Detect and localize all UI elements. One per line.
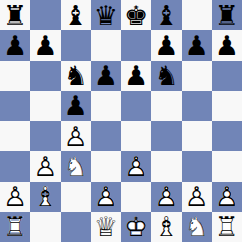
- square-b3[interactable]: ♟♙: [30, 151, 60, 181]
- square-g1[interactable]: ♞♘: [182, 212, 212, 242]
- piece-fill-glyph: ♞: [61, 61, 91, 91]
- square-e7[interactable]: [121, 30, 151, 60]
- square-b2[interactable]: ♝♗: [30, 182, 60, 212]
- square-d5[interactable]: [91, 91, 121, 121]
- piece-white-rook[interactable]: ♜♖: [212, 212, 242, 242]
- piece-black-pawn[interactable]: ♟: [0, 30, 30, 60]
- piece-black-queen[interactable]: ♛: [91, 0, 121, 30]
- piece-white-pawn[interactable]: ♟♙: [212, 182, 242, 212]
- chess-board: ♜♝♛♚♝♜♟♟♟♟♟♞♟♟♞♟♟♙♟♙♞♘♟♙♟♙♝♗♟♙♟♙♟♙♟♙♜♖♛♕…: [0, 0, 242, 242]
- piece-outline-glyph: ♙: [91, 182, 121, 212]
- square-f2[interactable]: ♟♙: [151, 182, 181, 212]
- piece-fill-glyph: ♛: [91, 0, 121, 30]
- square-h3[interactable]: [212, 151, 242, 181]
- piece-fill-glyph: ♟: [30, 30, 60, 60]
- square-a1[interactable]: ♜♖: [0, 212, 30, 242]
- square-a5[interactable]: [0, 91, 30, 121]
- square-h7[interactable]: ♟: [212, 30, 242, 60]
- square-h8[interactable]: ♜: [212, 0, 242, 30]
- square-b4[interactable]: [30, 121, 60, 151]
- square-f3[interactable]: [151, 151, 181, 181]
- square-b7[interactable]: ♟: [30, 30, 60, 60]
- piece-black-knight[interactable]: ♞: [61, 61, 91, 91]
- square-c6[interactable]: ♞: [61, 61, 91, 91]
- piece-outline-glyph: ♕: [91, 212, 121, 242]
- piece-outline-glyph: ♗: [151, 212, 181, 242]
- piece-fill-glyph: ♟: [0, 30, 30, 60]
- piece-fill-glyph: ♞: [151, 61, 181, 91]
- square-e5[interactable]: [121, 91, 151, 121]
- piece-black-knight[interactable]: ♞: [151, 61, 181, 91]
- piece-fill-glyph: ♝: [151, 0, 181, 30]
- piece-black-bishop[interactable]: ♝: [151, 0, 181, 30]
- piece-fill-glyph: ♜: [212, 0, 242, 30]
- piece-fill-glyph: ♟: [182, 30, 212, 60]
- piece-white-pawn[interactable]: ♟♙: [121, 151, 151, 181]
- square-d3[interactable]: [91, 151, 121, 181]
- square-a7[interactable]: ♟: [0, 30, 30, 60]
- square-c2[interactable]: [61, 182, 91, 212]
- piece-fill-glyph: ♜: [0, 0, 30, 30]
- square-g5[interactable]: [182, 91, 212, 121]
- piece-black-bishop[interactable]: ♝: [61, 0, 91, 30]
- square-a3[interactable]: [0, 151, 30, 181]
- piece-black-pawn[interactable]: ♟: [30, 30, 60, 60]
- square-e6[interactable]: ♟: [121, 61, 151, 91]
- piece-white-knight[interactable]: ♞♘: [61, 151, 91, 181]
- piece-white-pawn[interactable]: ♟♙: [151, 182, 181, 212]
- square-d1[interactable]: ♛♕: [91, 212, 121, 242]
- piece-outline-glyph: ♘: [61, 151, 91, 181]
- piece-white-pawn[interactable]: ♟♙: [0, 182, 30, 212]
- square-g2[interactable]: ♟♙: [182, 182, 212, 212]
- square-d7[interactable]: [91, 30, 121, 60]
- square-f8[interactable]: ♝: [151, 0, 181, 30]
- piece-black-pawn[interactable]: ♟: [61, 91, 91, 121]
- piece-black-rook[interactable]: ♜: [0, 0, 30, 30]
- square-e8[interactable]: ♚: [121, 0, 151, 30]
- piece-black-pawn[interactable]: ♟: [182, 30, 212, 60]
- square-a2[interactable]: ♟♙: [0, 182, 30, 212]
- square-a6[interactable]: [0, 61, 30, 91]
- piece-white-pawn[interactable]: ♟♙: [61, 121, 91, 151]
- square-g8[interactable]: [182, 0, 212, 30]
- piece-black-pawn[interactable]: ♟: [121, 61, 151, 91]
- piece-fill-glyph: ♟: [91, 61, 121, 91]
- square-f5[interactable]: [151, 91, 181, 121]
- square-g4[interactable]: [182, 121, 212, 151]
- square-a4[interactable]: [0, 121, 30, 151]
- piece-outline-glyph: ♖: [212, 212, 242, 242]
- piece-white-rook[interactable]: ♜♖: [0, 212, 30, 242]
- piece-black-pawn[interactable]: ♟: [212, 30, 242, 60]
- square-b5[interactable]: [30, 91, 60, 121]
- piece-outline-glyph: ♙: [212, 182, 242, 212]
- piece-white-pawn[interactable]: ♟♙: [91, 182, 121, 212]
- square-h2[interactable]: ♟♙: [212, 182, 242, 212]
- square-b6[interactable]: [30, 61, 60, 91]
- piece-white-pawn[interactable]: ♟♙: [182, 182, 212, 212]
- square-b1[interactable]: [30, 212, 60, 242]
- piece-black-pawn[interactable]: ♟: [151, 30, 181, 60]
- square-f4[interactable]: [151, 121, 181, 151]
- square-b8[interactable]: [30, 0, 60, 30]
- square-c8[interactable]: ♝: [61, 0, 91, 30]
- square-e2[interactable]: [121, 182, 151, 212]
- piece-white-bishop[interactable]: ♝♗: [30, 182, 60, 212]
- square-c4[interactable]: ♟♙: [61, 121, 91, 151]
- piece-white-knight[interactable]: ♞♘: [182, 212, 212, 242]
- square-d2[interactable]: ♟♙: [91, 182, 121, 212]
- square-g6[interactable]: [182, 61, 212, 91]
- piece-white-queen[interactable]: ♛♕: [91, 212, 121, 242]
- piece-fill-glyph: ♟: [212, 30, 242, 60]
- piece-black-rook[interactable]: ♜: [212, 0, 242, 30]
- piece-outline-glyph: ♔: [121, 212, 151, 242]
- piece-white-king[interactable]: ♚♔: [121, 212, 151, 242]
- square-h6[interactable]: [212, 61, 242, 91]
- piece-fill-glyph: ♚: [121, 0, 151, 30]
- piece-white-bishop[interactable]: ♝♗: [151, 212, 181, 242]
- piece-fill-glyph: ♝: [61, 0, 91, 30]
- piece-outline-glyph: ♖: [0, 212, 30, 242]
- square-e4[interactable]: [121, 121, 151, 151]
- piece-outline-glyph: ♗: [30, 182, 60, 212]
- square-e3[interactable]: ♟♙: [121, 151, 151, 181]
- square-c5[interactable]: ♟: [61, 91, 91, 121]
- square-a8[interactable]: ♜: [0, 0, 30, 30]
- piece-fill-glyph: ♟: [151, 30, 181, 60]
- piece-outline-glyph: ♙: [30, 151, 60, 181]
- piece-outline-glyph: ♙: [182, 182, 212, 212]
- square-d6[interactable]: ♟: [91, 61, 121, 91]
- square-f6[interactable]: ♞: [151, 61, 181, 91]
- square-h5[interactable]: [212, 91, 242, 121]
- piece-outline-glyph: ♙: [0, 182, 30, 212]
- piece-white-pawn[interactable]: ♟♙: [30, 151, 60, 181]
- piece-black-king[interactable]: ♚: [121, 0, 151, 30]
- square-e1[interactable]: ♚♔: [121, 212, 151, 242]
- square-d8[interactable]: ♛: [91, 0, 121, 30]
- square-f1[interactable]: ♝♗: [151, 212, 181, 242]
- square-d4[interactable]: [91, 121, 121, 151]
- piece-black-pawn[interactable]: ♟: [91, 61, 121, 91]
- piece-fill-glyph: ♟: [61, 91, 91, 121]
- square-c3[interactable]: ♞♘: [61, 151, 91, 181]
- piece-outline-glyph: ♘: [182, 212, 212, 242]
- piece-outline-glyph: ♙: [151, 182, 181, 212]
- piece-outline-glyph: ♙: [61, 121, 91, 151]
- square-f7[interactable]: ♟: [151, 30, 181, 60]
- piece-fill-glyph: ♟: [121, 61, 151, 91]
- square-g7[interactable]: ♟: [182, 30, 212, 60]
- square-c1[interactable]: [61, 212, 91, 242]
- square-c7[interactable]: [61, 30, 91, 60]
- square-h1[interactable]: ♜♖: [212, 212, 242, 242]
- piece-outline-glyph: ♙: [121, 151, 151, 181]
- square-h4[interactable]: [212, 121, 242, 151]
- square-g3[interactable]: [182, 151, 212, 181]
